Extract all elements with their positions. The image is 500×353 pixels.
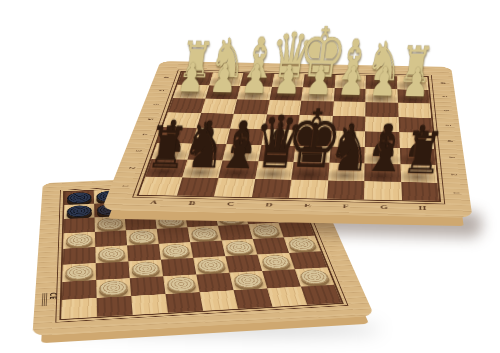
checkers-square-6-4 — [161, 258, 196, 276]
rank-label-6: 6 — [429, 107, 463, 114]
rank-label-5: 5 — [430, 122, 465, 130]
checkers-square-5-3 — [127, 244, 161, 262]
rank-label-2: 2 — [435, 170, 472, 179]
ce-mark: CE — [41, 292, 58, 306]
file-label-a: A — [132, 199, 173, 209]
checker-light — [287, 237, 318, 251]
rank-label-4: 4 — [432, 137, 468, 145]
checkers-square-7-7 — [262, 269, 301, 288]
chess-grid: ♜♞♝♛♚♝♞♜♟♟♟♟♟♟♟♟♟♟♟♟♟♟♟♟♜♞♝♛♚♞♝♜ — [137, 71, 441, 202]
rank-label-6: 6 — [137, 101, 172, 108]
chess-board-surface: ♜♞♝♛♚♝♞♜♟♟♟♟♟♟♟♟♟♟♟♟♟♟♟♟♜♞♝♛♚♞♝♜ ABCDEFG… — [101, 61, 472, 218]
file-label-e: E — [287, 202, 326, 212]
checker-light — [129, 230, 156, 244]
checkers-square-8-5 — [200, 290, 238, 310]
rank-label-1: 1 — [436, 188, 475, 197]
checkers-square-5-1 — [63, 247, 96, 265]
file-label-d: D — [249, 202, 289, 212]
checker-light — [298, 269, 331, 285]
checkers-square-6-3 — [128, 260, 163, 279]
rank-label-7: 7 — [427, 93, 460, 100]
chess-square-g1 — [364, 181, 402, 200]
chess-square-c1 — [214, 178, 255, 197]
checkers-square-6-2 — [96, 261, 130, 280]
file-label-b: B — [171, 200, 212, 210]
checkers-square-7-3 — [130, 276, 166, 296]
checkers-square-6-7 — [257, 253, 294, 271]
product-photo-scene: CE ♜♞♝♛♚♝♞♜♟♟♟♟♟♟♟♟♟♟♟♟♟♟♟♟♜♞♝♛♚♞♝♜ ABCD… — [0, 0, 500, 353]
checkers-square-7-2 — [96, 278, 131, 298]
file-label-f: F — [326, 203, 365, 213]
checkers-square-4-2 — [95, 230, 127, 247]
chess-square-a1 — [139, 176, 182, 195]
checkers-square-4-3 — [126, 229, 159, 246]
checker-dark — [67, 205, 92, 218]
chess-square-h2: ♜ — [400, 164, 437, 182]
checker-light — [131, 261, 160, 276]
checkers-square-6-6 — [225, 255, 262, 273]
chess-square-e1 — [289, 180, 328, 199]
rank-label-3: 3 — [119, 147, 157, 155]
checker-light — [232, 273, 264, 289]
file-label-c: C — [210, 201, 250, 211]
checker-dark — [67, 192, 92, 204]
rank-label-4: 4 — [125, 131, 162, 139]
checkers-square-7-8 — [295, 268, 334, 287]
checker-light — [260, 254, 291, 269]
checkers-square-8-3 — [131, 294, 168, 315]
rank-label-1: 1 — [104, 181, 145, 190]
chess-square-d1 — [252, 179, 292, 198]
checkers-square-5-2 — [95, 245, 128, 263]
checker-light — [166, 276, 196, 292]
rank-label-8: 8 — [149, 74, 183, 81]
checkers-square-8-1 — [61, 298, 97, 319]
checkers-square-5-4 — [159, 242, 193, 259]
checkers-square-6-8 — [289, 251, 327, 269]
checkers-square-4-1 — [63, 232, 95, 249]
rank-label-5: 5 — [131, 115, 167, 123]
rank-label-8: 8 — [426, 80, 458, 87]
file-label-g: G — [365, 204, 404, 214]
checkers-square-7-6 — [229, 271, 267, 290]
chess-square-b1 — [176, 177, 218, 196]
rank-label-7: 7 — [143, 87, 177, 94]
checkers-square-5-5 — [190, 241, 225, 258]
checker-light — [98, 247, 126, 262]
checker-light — [162, 244, 191, 259]
checker-light — [99, 280, 128, 296]
checkers-square-6-5 — [193, 256, 229, 274]
checker-light — [66, 233, 93, 247]
chess-square-h7: ♟ — [397, 89, 430, 103]
checkers-square-8-4 — [166, 292, 204, 313]
checkers-square-8-6 — [234, 288, 273, 308]
chess-square-h1 — [401, 182, 439, 201]
chess-board: ♜♞♝♛♚♝♞♜♟♟♟♟♟♟♟♟♟♟♟♟♟♟♟♟♜♞♝♛♚♞♝♜ ABCDEFG… — [101, 61, 472, 218]
checker-light — [65, 265, 93, 281]
checkers-square-7-4 — [163, 275, 200, 294]
checkers-square-5-6 — [222, 239, 258, 256]
rank-label-3: 3 — [433, 153, 469, 162]
checker-light — [224, 240, 254, 254]
checkers-square-7-5 — [196, 273, 233, 292]
checker-light — [196, 258, 226, 273]
chess-square-f1 — [327, 180, 365, 199]
rank-label-2: 2 — [112, 163, 152, 172]
checkers-square-3-1 — [64, 217, 95, 233]
checkers-square-8-2 — [97, 296, 133, 317]
checkers-square-8-8 — [301, 285, 342, 305]
ce-microtext-lines — [42, 293, 48, 307]
checkers-square-5-8 — [284, 236, 321, 253]
ce-icon: CE — [48, 292, 58, 306]
checkers-square-6-1 — [62, 263, 96, 282]
file-label-h: H — [403, 205, 442, 215]
checkers-square-7-1 — [62, 280, 97, 300]
